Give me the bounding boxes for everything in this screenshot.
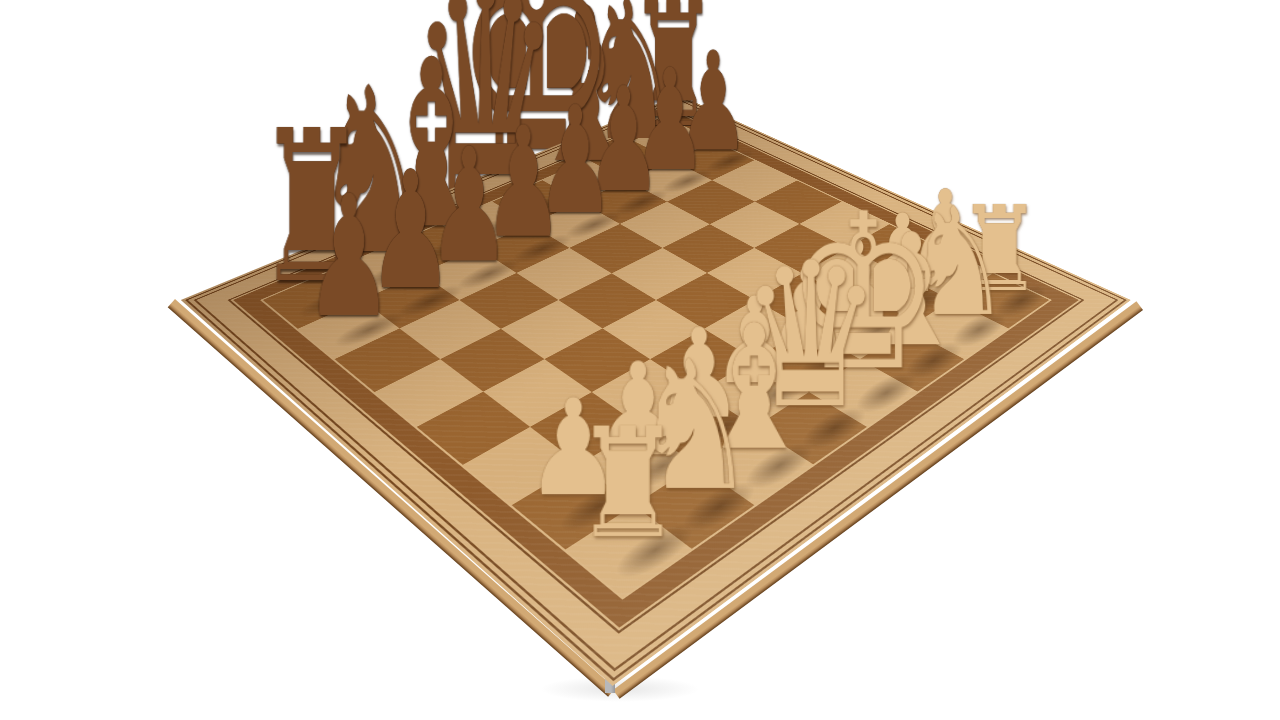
chess-board: ♜♞♝♛♚♝♞♜♟♟♟♟♟♟♟♟♟♟♟♟♟♟♟♟♜♞♝♛♚♝♞♜ bbox=[181, 95, 1131, 686]
pieces-layer: ♜♞♝♛♚♝♞♜♟♟♟♟♟♟♟♟♟♟♟♟♟♟♟♟♜♞♝♛♚♝♞♜ bbox=[263, 123, 1049, 597]
scene: ♜♞♝♛♚♝♞♜♟♟♟♟♟♟♟♟♟♟♟♟♟♟♟♟♜♞♝♛♚♝♞♜ bbox=[0, 0, 1280, 720]
piece-black-pawn-h7[interactable]: ♟ bbox=[672, 141, 755, 180]
